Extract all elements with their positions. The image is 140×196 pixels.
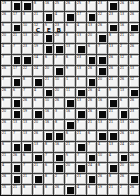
clue-number: 6 xyxy=(23,153,25,156)
white-cell-r10c4[interactable]: 6 xyxy=(33,98,43,108)
clue-number: 6 xyxy=(66,131,68,134)
clue-number: 2 xyxy=(120,185,122,188)
white-cell-r12c10[interactable]: 13 xyxy=(97,120,107,130)
white-cell-r2c10[interactable]: 22 xyxy=(97,12,107,22)
white-cell-r16c12[interactable]: 20 xyxy=(119,163,129,173)
white-cell-r8c5[interactable]: 21 xyxy=(44,77,54,87)
white-cell-r18c5[interactable]: 8 xyxy=(44,185,54,195)
white-cell-r9c4[interactable]: 4 xyxy=(33,88,43,98)
clue-number: 10 xyxy=(45,98,49,101)
clue-number: 6 xyxy=(88,44,90,47)
white-cell-r9c12[interactable]: 13 xyxy=(119,88,129,98)
white-cell-r18c8[interactable]: 4 xyxy=(76,185,86,195)
white-cell-r6c8[interactable]: 23 xyxy=(76,55,86,65)
white-cell-r1c13[interactable]: 15 xyxy=(129,1,139,11)
white-cell-r12c8[interactable]: 7 xyxy=(76,120,86,130)
clue-number: 20 xyxy=(130,142,134,145)
black-cell xyxy=(65,12,75,22)
white-cell-r10c5[interactable]: 10 xyxy=(44,98,54,108)
white-cell-r5c3[interactable]: 23 xyxy=(22,44,32,54)
white-cell-r5c7[interactable]: 13 xyxy=(65,44,75,54)
black-cell xyxy=(129,23,139,33)
white-cell-r17c8[interactable]: 21 xyxy=(76,174,86,184)
clue-number: 26 xyxy=(88,109,92,112)
white-cell-r4c1[interactable]: 20 xyxy=(1,33,11,43)
white-cell-r18c3[interactable]: 8 xyxy=(22,185,32,195)
clue-number: 8 xyxy=(55,120,57,123)
black-cell xyxy=(12,55,22,65)
white-cell-r1c8[interactable]: 25 xyxy=(76,1,86,11)
clue-number: 6 xyxy=(34,98,36,101)
clue-number: 26 xyxy=(2,88,6,91)
white-cell-r4c6[interactable]: 20 xyxy=(54,33,64,43)
clue-number: 21 xyxy=(77,131,81,134)
white-cell-r14c1[interactable]: 6 xyxy=(1,142,11,152)
white-cell-r9c10[interactable]: 4 xyxy=(97,88,107,98)
white-cell-r4c12[interactable]: 21 xyxy=(119,33,129,43)
clue-number: 17 xyxy=(13,66,17,69)
white-cell-r8c1[interactable]: 7 xyxy=(1,77,11,87)
white-cell-r7c9[interactable]: 26 xyxy=(87,66,97,76)
clue-number: 26 xyxy=(88,66,92,69)
black-cell xyxy=(87,153,97,163)
clue-number: 26 xyxy=(98,174,102,177)
white-cell-r17c12[interactable]: 26 xyxy=(119,174,129,184)
white-cell-r16c10[interactable]: 8 xyxy=(97,163,107,173)
white-cell-r5c11[interactable]: 13 xyxy=(108,44,118,54)
clue-number: 21 xyxy=(34,163,38,166)
clue-number: 26 xyxy=(2,174,6,177)
white-cell-r7c5[interactable]: 20 xyxy=(44,66,54,76)
clue-number: 26 xyxy=(120,1,124,4)
white-cell-r4c9[interactable]: 20 xyxy=(87,33,97,43)
white-cell-r13c2[interactable]: 7 xyxy=(12,131,22,141)
clue-number: 8 xyxy=(77,77,79,80)
white-cell-r12c5[interactable]: 16 xyxy=(44,120,54,130)
white-cell-r17c7[interactable]: 7 xyxy=(65,174,75,184)
white-cell-r14c9[interactable]: 7 xyxy=(87,142,97,152)
white-cell-r17c1[interactable]: 26 xyxy=(1,174,11,184)
white-cell-r17c6[interactable]: 2 xyxy=(54,174,64,184)
white-cell-r3c12[interactable]: 16 xyxy=(119,23,129,33)
white-cell-r12c6[interactable]: 8 xyxy=(54,120,64,130)
white-cell-r11c6[interactable]: 3 xyxy=(54,109,64,119)
white-cell-r3c7[interactable]: 6 xyxy=(65,23,75,33)
clue-number: 6 xyxy=(45,55,47,58)
white-cell-r2c1[interactable]: 26 xyxy=(1,12,11,22)
clue-number: 21 xyxy=(109,109,113,112)
white-cell-r13c12[interactable]: 26 xyxy=(119,131,129,141)
white-cell-r9c2[interactable]: 6 xyxy=(12,88,22,98)
white-cell-r18c11[interactable]: 21 xyxy=(108,185,118,195)
white-cell-r3c8[interactable]: 4 xyxy=(76,23,86,33)
black-cell xyxy=(108,98,118,108)
clue-number: 8 xyxy=(23,77,25,80)
white-cell-r18c13[interactable]: 26 xyxy=(129,185,139,195)
clue-number: 8 xyxy=(109,174,111,177)
white-cell-r11c1[interactable]: 20 xyxy=(1,109,11,119)
white-cell-r3c10[interactable]: 26 xyxy=(97,23,107,33)
white-cell-r7c4[interactable]: 24 xyxy=(33,66,43,76)
clue-number: 6 xyxy=(88,185,90,188)
clue-number: 7 xyxy=(77,153,79,156)
white-cell-r17c3[interactable]: 21 xyxy=(22,174,32,184)
clue-number: 13 xyxy=(13,120,17,123)
black-cell xyxy=(54,66,64,76)
clue-number: 13 xyxy=(120,120,124,123)
given-letter: E xyxy=(45,28,51,33)
white-cell-r11c11[interactable]: 21 xyxy=(108,109,118,119)
white-cell-r15c13[interactable]: 26 xyxy=(129,153,139,163)
white-cell-r7c1[interactable]: 26 xyxy=(1,66,11,76)
clue-number: 23 xyxy=(77,55,81,58)
clue-number: 20 xyxy=(120,163,124,166)
white-cell-r16c7[interactable]: 20 xyxy=(65,163,75,173)
white-cell-r11c13[interactable]: 23 xyxy=(129,109,139,119)
white-cell-r8c6[interactable]: 10 xyxy=(54,77,64,87)
clue-number: 13 xyxy=(120,12,124,15)
clue-number: 20 xyxy=(34,33,38,36)
white-cell-r4c2[interactable]: 21 xyxy=(12,33,22,43)
white-cell-r7c8[interactable]: 13 xyxy=(76,66,86,76)
white-cell-r1c1[interactable]: 19 xyxy=(1,1,11,11)
white-cell-r9c1[interactable]: 26 xyxy=(1,88,11,98)
white-cell-r8c7[interactable]: 1 xyxy=(65,77,75,87)
clue-number: 13 xyxy=(77,66,81,69)
clue-number: 14 xyxy=(34,55,38,58)
white-cell-r15c3[interactable]: 6 xyxy=(22,153,32,163)
white-cell-r18c9[interactable]: 6 xyxy=(87,185,97,195)
white-cell-r7c13[interactable]: 13 xyxy=(129,66,139,76)
white-cell-r13c3[interactable]: 13 xyxy=(22,131,32,141)
clue-number: 7 xyxy=(13,44,15,47)
white-cell-r18c2[interactable]: 21 xyxy=(12,185,22,195)
white-cell-r6c13[interactable]: 8 xyxy=(129,55,139,65)
black-cell xyxy=(22,55,32,65)
clue-number: 21 xyxy=(120,33,124,36)
black-cell xyxy=(33,109,43,119)
clue-number: 6 xyxy=(66,23,68,26)
white-cell-r13c9[interactable]: 6 xyxy=(87,131,97,141)
white-cell-r6c6[interactable]: 7 xyxy=(54,55,64,65)
clue-number: 26 xyxy=(88,98,92,101)
white-cell-r14c4[interactable]: 13 xyxy=(33,142,43,152)
clue-number: 4 xyxy=(2,163,4,166)
white-cell-r15c10[interactable]: 10 xyxy=(97,153,107,163)
clue-number: 26 xyxy=(55,98,59,101)
white-cell-r8c11[interactable]: 21 xyxy=(108,77,118,87)
black-cell xyxy=(12,77,22,87)
white-cell-r13c7[interactable]: 6 xyxy=(65,131,75,141)
white-cell-r1c12[interactable]: 26 xyxy=(119,1,129,11)
clue-number: 21 xyxy=(88,120,92,123)
white-cell-r4c8[interactable]: 13 xyxy=(76,33,86,43)
white-cell-r2c3[interactable]: 3 xyxy=(22,12,32,22)
black-cell xyxy=(65,120,75,130)
white-cell-r14c10[interactable]: 4 xyxy=(97,142,107,152)
white-cell-r6c5[interactable]: 6 xyxy=(44,55,54,65)
white-cell-r16c9[interactable]: 24 xyxy=(87,163,97,173)
white-cell-r4c11[interactable]: 8 xyxy=(108,33,118,43)
white-cell-r18c4[interactable]: 6 xyxy=(33,185,43,195)
black-cell xyxy=(54,163,64,173)
white-cell-r2c12[interactable]: 13 xyxy=(119,12,129,22)
white-cell-r12c2[interactable]: 13 xyxy=(12,120,22,130)
white-cell-r16c1[interactable]: 4 xyxy=(1,163,11,173)
white-cell-r1c10[interactable]: 23 xyxy=(97,1,107,11)
clue-number: 1 xyxy=(66,77,68,80)
black-cell xyxy=(108,163,118,173)
white-cell-r16c5[interactable]: 6 xyxy=(44,163,54,173)
white-cell-r14c11[interactable]: 13 xyxy=(108,142,118,152)
clue-number: 26 xyxy=(130,44,134,47)
black-cell xyxy=(129,174,139,184)
white-cell-r13c13[interactable]: 13 xyxy=(129,131,139,141)
clue-number: 7 xyxy=(88,142,90,145)
white-cell-r1c6[interactable]: 25 xyxy=(54,1,64,11)
clue-number: 8 xyxy=(130,55,132,58)
clue-number: 26 xyxy=(130,120,134,123)
clue-number: 7 xyxy=(55,55,57,58)
clue-number: 20 xyxy=(45,66,49,69)
white-cell-r4c3[interactable]: 13 xyxy=(22,33,32,43)
white-cell-r15c8[interactable]: 7 xyxy=(76,153,86,163)
white-cell-r8c13[interactable]: 12 xyxy=(129,77,139,87)
white-cell-r5c1[interactable]: 4 xyxy=(1,44,11,54)
white-cell-r8c10[interactable]: 20 xyxy=(97,77,107,87)
black-cell xyxy=(119,153,129,163)
clue-number: 7 xyxy=(77,120,79,123)
black-cell xyxy=(54,131,64,141)
white-cell-r3c6[interactable]: 23B xyxy=(54,23,64,33)
white-cell-r17c5[interactable]: 8 xyxy=(44,174,54,184)
clue-number: 26 xyxy=(66,1,70,4)
black-cell xyxy=(76,44,86,54)
clue-number: 8 xyxy=(23,185,25,188)
black-cell xyxy=(33,153,43,163)
clue-number: 4 xyxy=(2,44,4,47)
white-cell-r5c10[interactable]: 7 xyxy=(97,44,107,54)
white-cell-r1c5[interactable]: 16 xyxy=(44,1,54,11)
white-cell-r12c3[interactable]: 13 xyxy=(22,120,32,130)
black-cell xyxy=(76,163,86,173)
white-cell-r1c7[interactable]: 26 xyxy=(65,1,75,11)
clue-number: 22 xyxy=(23,66,27,69)
white-cell-r2c2[interactable]: 17 xyxy=(12,12,22,22)
white-cell-r12c9[interactable]: 21 xyxy=(87,120,97,130)
clue-number: 26 xyxy=(120,77,124,80)
white-cell-r1c9[interactable]: 7 xyxy=(87,1,97,11)
white-cell-r9c6[interactable]: 20 xyxy=(54,88,64,98)
white-cell-r6c4[interactable]: 14 xyxy=(33,55,43,65)
clue-number: 13 xyxy=(66,44,70,47)
white-cell-r13c8[interactable]: 21 xyxy=(76,131,86,141)
white-cell-r12c12[interactable]: 13 xyxy=(119,120,129,130)
white-cell-r10c1[interactable]: 9 xyxy=(1,98,11,108)
clue-number: 8 xyxy=(45,174,47,177)
white-cell-r13c4[interactable]: 26 xyxy=(33,131,43,141)
clue-number: 4 xyxy=(34,88,36,91)
clue-number: 20 xyxy=(130,33,134,36)
black-cell xyxy=(33,77,43,87)
clue-number: 4 xyxy=(98,88,100,91)
white-cell-r4c4[interactable]: 20 xyxy=(33,33,43,43)
black-cell xyxy=(108,131,118,141)
white-cell-r7c11[interactable]: 26 xyxy=(108,66,118,76)
white-cell-r15c5[interactable]: 7 xyxy=(44,153,54,163)
black-cell xyxy=(65,98,75,108)
white-cell-r17c10[interactable]: 26 xyxy=(97,174,107,184)
black-cell xyxy=(87,174,97,184)
white-cell-r9c9[interactable]: 26 xyxy=(87,88,97,98)
given-letter: B xyxy=(56,28,62,33)
white-cell-r18c1[interactable]: 15 xyxy=(1,185,11,195)
black-cell xyxy=(12,1,22,11)
white-cell-r10c8[interactable]: 13 xyxy=(76,98,86,108)
white-cell-r10c6[interactable]: 26 xyxy=(54,98,64,108)
white-cell-r16c3[interactable]: 7 xyxy=(22,163,32,173)
clue-number: 26 xyxy=(120,174,124,177)
black-cell xyxy=(97,66,107,76)
codeword-grid: 1981625262572326152617321417222313266101… xyxy=(0,0,140,196)
white-cell-r18c12[interactable]: 2 xyxy=(119,185,129,195)
black-cell xyxy=(44,12,54,22)
black-cell xyxy=(129,88,139,98)
white-cell-r9c11[interactable]: 9 xyxy=(108,88,118,98)
clue-number: 13 xyxy=(109,44,113,47)
white-cell-r15c1[interactable]: 21 xyxy=(1,153,11,163)
white-cell-r7c7[interactable]: 9 xyxy=(65,66,75,76)
clue-number: 26 xyxy=(130,185,134,188)
white-cell-r12c4[interactable]: 20 xyxy=(33,120,43,130)
white-cell-r2c8[interactable]: 17 xyxy=(76,12,86,22)
white-cell-r14c7[interactable]: 21 xyxy=(65,142,75,152)
clue-number: 13 xyxy=(77,98,81,101)
white-cell-r6c11[interactable]: 26 xyxy=(108,55,118,65)
black-cell xyxy=(87,12,97,22)
black-cell xyxy=(33,174,43,184)
white-cell-r7c3[interactable]: 22 xyxy=(22,66,32,76)
white-cell-r16c13[interactable]: 10 xyxy=(129,163,139,173)
white-cell-r8c3[interactable]: 8 xyxy=(22,77,32,87)
white-cell-r5c9[interactable]: 6 xyxy=(87,44,97,54)
white-cell-r14c12[interactable]: 24 xyxy=(119,142,129,152)
white-cell-r8c8[interactable]: 8 xyxy=(76,77,86,87)
white-cell-r4c13[interactable]: 20 xyxy=(129,33,139,43)
white-cell-r15c7[interactable]: 5 xyxy=(65,153,75,163)
white-cell-r7c12[interactable]: 21 xyxy=(119,66,129,76)
white-cell-r10c9[interactable]: 26 xyxy=(87,98,97,108)
white-cell-r2c11[interactable]: 23 xyxy=(108,12,118,22)
white-cell-r13c1[interactable]: 21 xyxy=(1,131,11,141)
white-cell-r8c12[interactable]: 26 xyxy=(119,77,129,87)
white-cell-r9c3[interactable]: 7 xyxy=(22,88,32,98)
white-cell-r14c13[interactable]: 20 xyxy=(129,142,139,152)
white-cell-r6c7[interactable]: 6 xyxy=(65,55,75,65)
clue-number: 22 xyxy=(98,12,102,15)
black-cell xyxy=(76,88,86,98)
white-cell-r3c5[interactable]: 5E xyxy=(44,23,54,33)
white-cell-r12c13[interactable]: 26 xyxy=(129,120,139,130)
clue-number: 21 xyxy=(2,131,6,134)
clue-number: 19 xyxy=(2,1,6,4)
white-cell-r15c11[interactable]: 4 xyxy=(108,153,118,163)
clue-number: 21 xyxy=(13,33,17,36)
white-cell-r18c6[interactable]: 26 xyxy=(54,185,64,195)
white-cell-r16c4[interactable]: 21 xyxy=(33,163,43,173)
white-cell-r17c11[interactable]: 8 xyxy=(108,174,118,184)
white-cell-r6c12[interactable]: 12 xyxy=(119,55,129,65)
white-cell-r18c10[interactable]: 19 xyxy=(97,185,107,195)
clue-number: 13 xyxy=(120,88,124,91)
white-cell-r14c6[interactable]: 16 xyxy=(54,142,64,152)
white-cell-r12c1[interactable]: 26 xyxy=(1,120,11,130)
clue-number: 19 xyxy=(34,44,38,47)
clue-number: 21 xyxy=(23,174,27,177)
black-cell xyxy=(54,44,64,54)
white-cell-r11c7[interactable]: 16 xyxy=(65,109,75,119)
white-cell-r2c4[interactable]: 21 xyxy=(33,12,43,22)
white-cell-r11c5[interactable]: 16 xyxy=(44,109,54,119)
white-cell-r3c3[interactable]: 10 xyxy=(22,23,32,33)
clue-number: 2 xyxy=(55,174,57,177)
black-cell xyxy=(108,1,118,11)
white-cell-r5c4[interactable]: 19 xyxy=(33,44,43,54)
white-cell-r11c3[interactable]: 19 xyxy=(22,109,32,119)
white-cell-r2c6[interactable]: 4 xyxy=(54,12,64,22)
white-cell-r3c9[interactable]: 13 xyxy=(87,23,97,33)
clue-number: 20 xyxy=(88,33,92,36)
clue-number: 20 xyxy=(2,33,6,36)
clue-number: 26 xyxy=(13,153,17,156)
white-cell-r6c1[interactable]: 7 xyxy=(1,55,11,65)
white-cell-r15c2[interactable]: 26 xyxy=(12,153,22,163)
white-cell-r10c12[interactable]: 6 xyxy=(119,98,129,108)
black-cell xyxy=(97,109,107,119)
white-cell-r4c7[interactable]: 8 xyxy=(65,33,75,43)
white-cell-r10c10[interactable]: 16 xyxy=(97,98,107,108)
clue-number: 23 xyxy=(23,44,27,47)
clue-number: 26 xyxy=(88,88,92,91)
clue-number: 21 xyxy=(109,185,113,188)
white-cell-r3c4[interactable]: 12C xyxy=(33,23,43,33)
clue-number: 20 xyxy=(98,77,102,80)
white-cell-r10c3[interactable]: 26 xyxy=(22,98,32,108)
clue-number: 9 xyxy=(109,88,111,91)
white-cell-r5c2[interactable]: 7 xyxy=(12,44,22,54)
white-cell-r12c11[interactable]: 21 xyxy=(108,120,118,130)
clue-number: 23 xyxy=(130,109,134,112)
white-cell-r3c1[interactable]: 6 xyxy=(1,23,11,33)
white-cell-r2c13[interactable]: 26 xyxy=(129,12,139,22)
white-cell-r10c13[interactable]: 26 xyxy=(129,98,139,108)
clue-number: 21 xyxy=(109,77,113,80)
clue-number: 4 xyxy=(109,153,111,156)
white-cell-r5c13[interactable]: 26 xyxy=(129,44,139,54)
white-cell-r1c4[interactable]: 8 xyxy=(33,1,43,11)
clue-number: 17 xyxy=(13,12,17,15)
white-cell-r14c5[interactable]: 8 xyxy=(44,142,54,152)
clue-number: 7 xyxy=(88,1,90,4)
white-cell-r9c7[interactable]: 11 xyxy=(65,88,75,98)
white-cell-r7c2[interactable]: 17 xyxy=(12,66,22,76)
white-cell-r5c12[interactable]: 2 xyxy=(119,44,129,54)
black-cell xyxy=(44,88,54,98)
clue-number: 24 xyxy=(34,66,38,69)
black-cell xyxy=(87,77,97,87)
white-cell-r11c9[interactable]: 26 xyxy=(87,109,97,119)
clue-number: 11 xyxy=(66,88,70,91)
